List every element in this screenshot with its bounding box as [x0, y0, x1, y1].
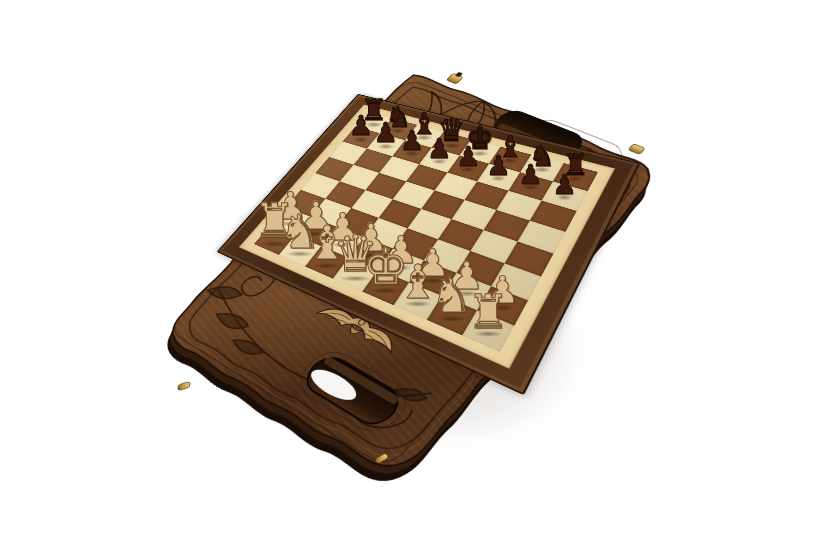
pawn-glyph: ♟	[486, 152, 510, 179]
photo-stage: ♜♞♝♛♚♝♞♜♟♟♟♟♟♟♟♟♟♟♟♟♟♟♟♟♜♞♝♛♚♝♞♜	[0, 0, 820, 548]
piece-black-pawn-b7[interactable]: ♟	[374, 120, 398, 147]
piece-black-pawn-h7[interactable]: ♟	[552, 171, 576, 198]
pawn-glyph: ♟	[518, 162, 542, 189]
piece-black-pawn-a7[interactable]: ♟	[349, 113, 373, 140]
piece-black-pawn-g7[interactable]: ♟	[518, 162, 542, 189]
rook-glyph: ♜	[467, 288, 509, 335]
piece-black-pawn-e7[interactable]: ♟	[456, 144, 480, 171]
pieces-layer: ♜♞♝♛♚♝♞♜♟♟♟♟♟♟♟♟♟♟♟♟♟♟♟♟♜♞♝♛♚♝♞♜	[0, 0, 820, 548]
pawn-glyph: ♟	[374, 120, 398, 147]
piece-white-rook-h1[interactable]: ♜	[467, 288, 509, 335]
piece-black-pawn-d7[interactable]: ♟	[427, 135, 451, 162]
pawn-glyph: ♟	[456, 144, 480, 171]
pawn-glyph: ♟	[349, 113, 373, 140]
piece-black-pawn-c7[interactable]: ♟	[400, 127, 424, 154]
pawn-glyph: ♟	[427, 135, 451, 162]
pawn-glyph: ♟	[552, 171, 576, 198]
pawn-glyph: ♟	[400, 127, 424, 154]
piece-black-pawn-f7[interactable]: ♟	[486, 152, 510, 179]
